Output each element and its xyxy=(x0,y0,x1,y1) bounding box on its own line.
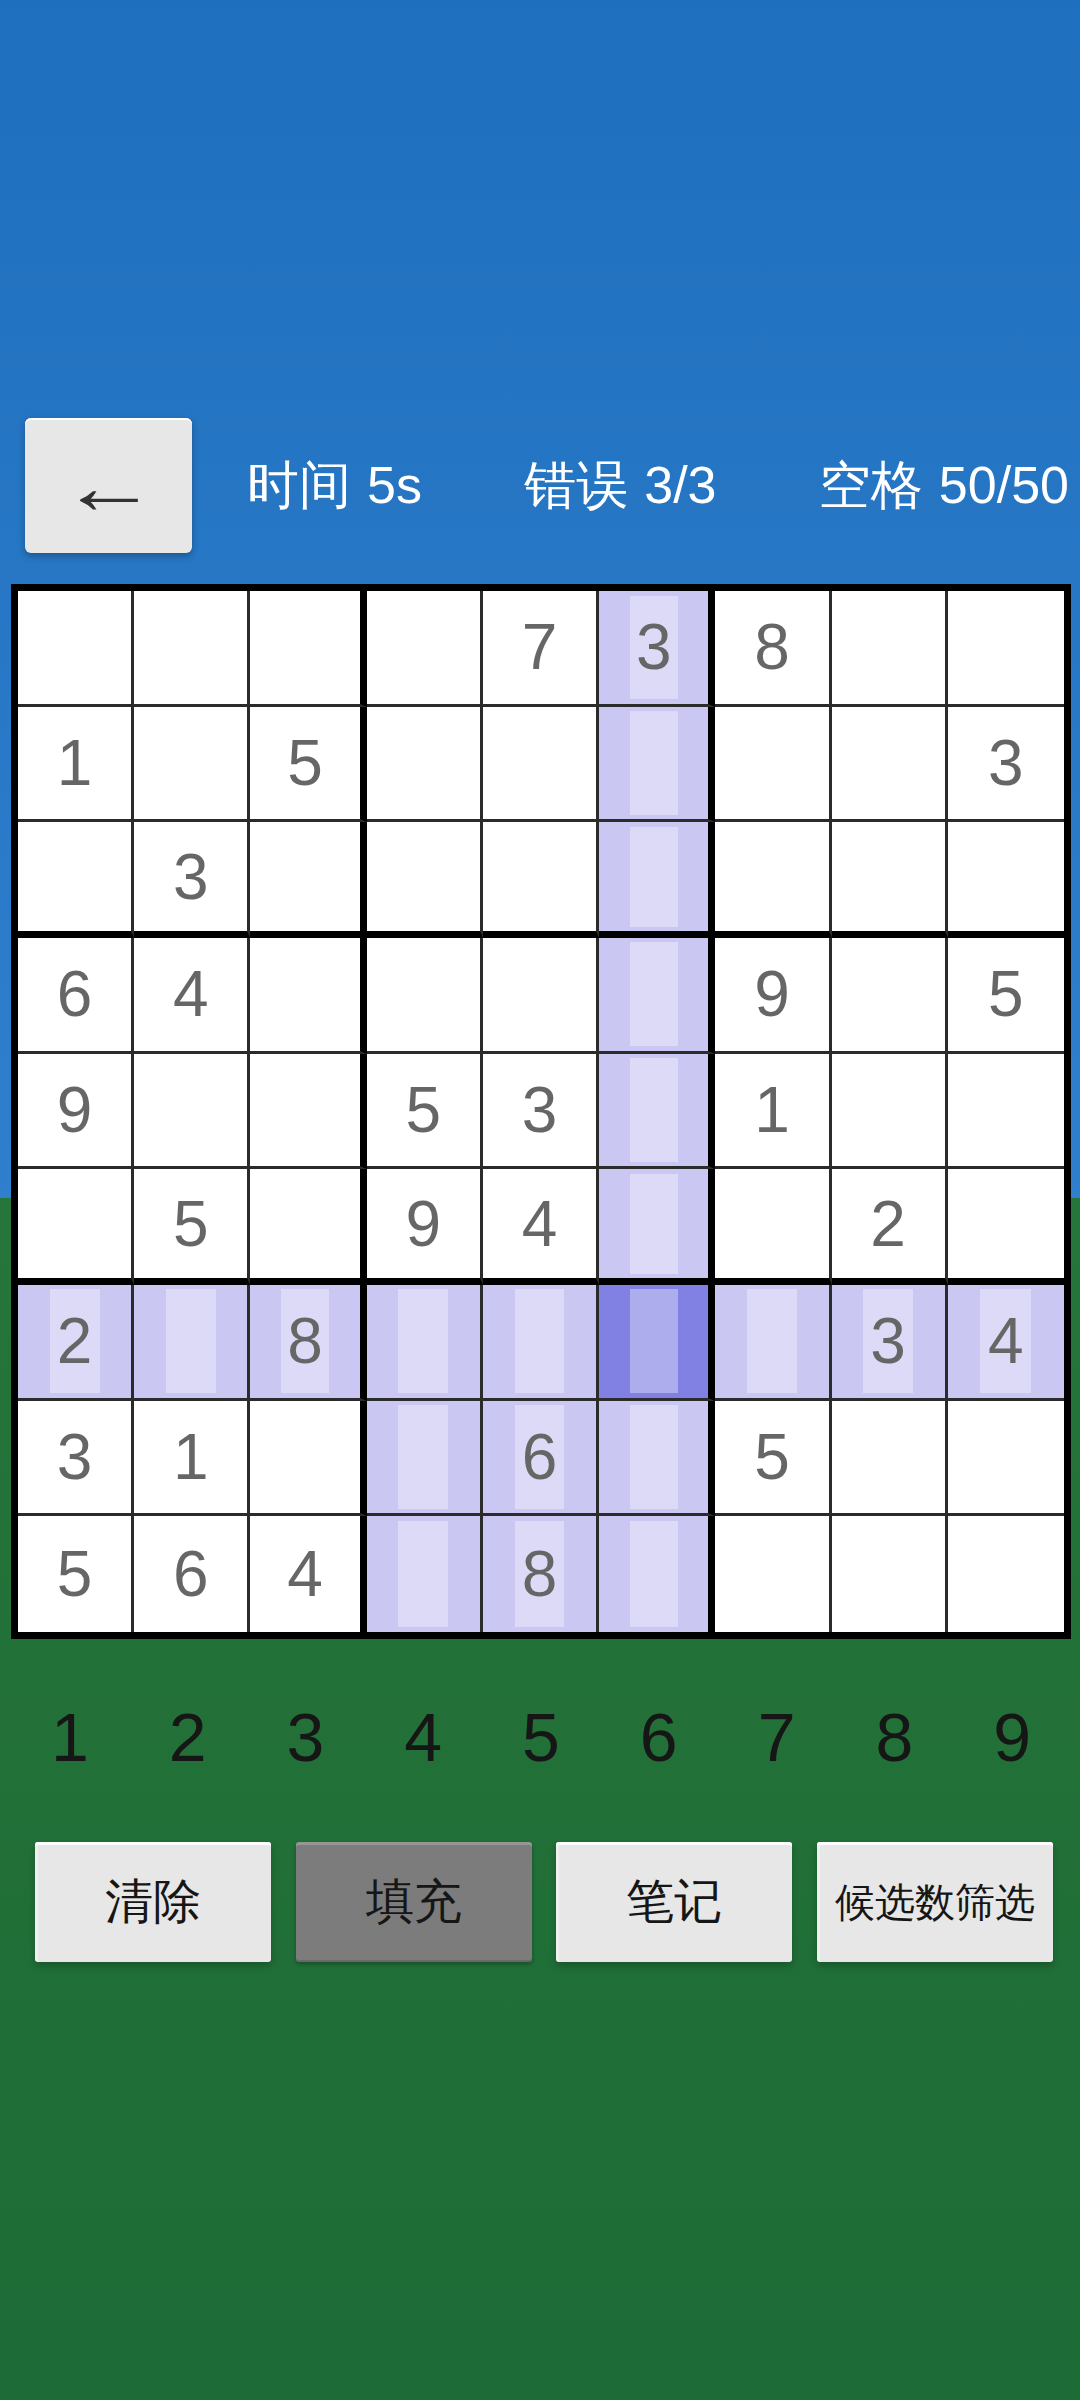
cell-r1c4[interactable] xyxy=(367,591,483,707)
cell-r9c2[interactable]: 6 xyxy=(134,1516,250,1632)
fill-button[interactable]: 填充 xyxy=(296,1842,532,1962)
cell-r2c4[interactable] xyxy=(367,707,483,823)
cell-r3c7[interactable] xyxy=(715,822,831,938)
cell-r9c3[interactable]: 4 xyxy=(250,1516,366,1632)
cell-r6c3[interactable] xyxy=(250,1169,366,1285)
notes-button[interactable]: 笔记 xyxy=(556,1842,792,1962)
cell-r5c1[interactable]: 9 xyxy=(18,1054,134,1170)
cell-r9c5[interactable]: 8 xyxy=(483,1516,599,1632)
cell-r1c7[interactable]: 8 xyxy=(715,591,831,707)
cell-r3c2[interactable]: 3 xyxy=(134,822,250,938)
cell-r1c9[interactable] xyxy=(948,591,1064,707)
cell-r5c2[interactable] xyxy=(134,1054,250,1170)
cell-r8c8[interactable] xyxy=(832,1401,948,1517)
cell-r5c4[interactable]: 5 xyxy=(367,1054,483,1170)
time-stat: 时间5s xyxy=(247,451,422,521)
numpad-3[interactable]: 3 xyxy=(247,1687,365,1787)
cell-r7c7[interactable] xyxy=(715,1285,831,1401)
cell-r5c6[interactable] xyxy=(599,1054,715,1170)
cell-r8c7[interactable]: 5 xyxy=(715,1401,831,1517)
cell-r9c6[interactable] xyxy=(599,1516,715,1632)
numpad-6[interactable]: 6 xyxy=(600,1687,718,1787)
cell-r3c1[interactable] xyxy=(18,822,134,938)
cell-r7c1[interactable]: 2 xyxy=(18,1285,134,1401)
cell-r5c7[interactable]: 1 xyxy=(715,1054,831,1170)
number-pad: 123456789 xyxy=(11,1687,1071,1787)
numpad-9[interactable]: 9 xyxy=(953,1687,1071,1787)
cell-r7c9[interactable]: 4 xyxy=(948,1285,1064,1401)
cell-r6c1[interactable] xyxy=(18,1169,134,1285)
cell-r2c1[interactable]: 1 xyxy=(18,707,134,823)
cell-r2c2[interactable] xyxy=(134,707,250,823)
cell-r8c3[interactable] xyxy=(250,1401,366,1517)
cell-r5c9[interactable] xyxy=(948,1054,1064,1170)
numpad-8[interactable]: 8 xyxy=(835,1687,953,1787)
cell-r2c7[interactable] xyxy=(715,707,831,823)
cell-r2c5[interactable] xyxy=(483,707,599,823)
cell-r8c2[interactable]: 1 xyxy=(134,1401,250,1517)
status-bar: 时间5s 错误3/3 空格50/50 xyxy=(247,418,1069,553)
cell-r7c2[interactable] xyxy=(134,1285,250,1401)
cell-r3c4[interactable] xyxy=(367,822,483,938)
cell-r1c2[interactable] xyxy=(134,591,250,707)
cell-r6c4[interactable]: 9 xyxy=(367,1169,483,1285)
errors-label: 错误 xyxy=(524,456,628,514)
errors-stat: 错误3/3 xyxy=(524,451,716,521)
cell-r2c9[interactable]: 3 xyxy=(948,707,1064,823)
cell-r4c7[interactable]: 9 xyxy=(715,938,831,1054)
cell-r4c1[interactable]: 6 xyxy=(18,938,134,1054)
cell-r9c7[interactable] xyxy=(715,1516,831,1632)
clear-button[interactable]: 清除 xyxy=(35,1842,271,1962)
numpad-4[interactable]: 4 xyxy=(364,1687,482,1787)
action-button-row: 清除填充笔记候选数筛选 xyxy=(35,1842,1053,1962)
cell-r5c3[interactable] xyxy=(250,1054,366,1170)
cell-r7c8[interactable]: 3 xyxy=(832,1285,948,1401)
cell-r7c4[interactable] xyxy=(367,1285,483,1401)
cell-r8c6[interactable] xyxy=(599,1401,715,1517)
numpad-7[interactable]: 7 xyxy=(718,1687,836,1787)
cell-r4c6[interactable] xyxy=(599,938,715,1054)
cell-r1c8[interactable] xyxy=(832,591,948,707)
cell-r9c9[interactable] xyxy=(948,1516,1064,1632)
cell-r6c6[interactable] xyxy=(599,1169,715,1285)
cell-r5c8[interactable] xyxy=(832,1054,948,1170)
cell-r3c5[interactable] xyxy=(483,822,599,938)
back-arrow-icon: ← xyxy=(60,447,158,525)
cell-r8c4[interactable] xyxy=(367,1401,483,1517)
cell-r3c6[interactable] xyxy=(599,822,715,938)
cell-r1c1[interactable] xyxy=(18,591,134,707)
candidate-filter-button[interactable]: 候选数筛选 xyxy=(817,1842,1053,1962)
cell-r4c2[interactable]: 4 xyxy=(134,938,250,1054)
cell-r6c8[interactable]: 2 xyxy=(832,1169,948,1285)
cell-r1c6[interactable]: 3 xyxy=(599,591,715,707)
cell-r6c7[interactable] xyxy=(715,1169,831,1285)
cell-r6c2[interactable]: 5 xyxy=(134,1169,250,1285)
cell-r1c3[interactable] xyxy=(250,591,366,707)
cell-r3c9[interactable] xyxy=(948,822,1064,938)
cell-r6c9[interactable] xyxy=(948,1169,1064,1285)
cell-r6c5[interactable]: 4 xyxy=(483,1169,599,1285)
cell-r9c8[interactable] xyxy=(832,1516,948,1632)
numpad-1[interactable]: 1 xyxy=(11,1687,129,1787)
empty-cells-value: 50/50 xyxy=(939,456,1069,514)
cell-r7c5[interactable] xyxy=(483,1285,599,1401)
empty-cells-stat: 空格50/50 xyxy=(819,451,1069,521)
cell-r4c8[interactable] xyxy=(832,938,948,1054)
cell-r4c3[interactable] xyxy=(250,938,366,1054)
cell-r4c4[interactable] xyxy=(367,938,483,1054)
errors-value: 3/3 xyxy=(644,456,716,514)
cell-r7c6[interactable] xyxy=(599,1285,715,1401)
empty-cells-label: 空格 xyxy=(819,456,923,514)
cell-r1c5[interactable]: 7 xyxy=(483,591,599,707)
cell-r8c9[interactable] xyxy=(948,1401,1064,1517)
cell-r2c8[interactable] xyxy=(832,707,948,823)
cell-r9c1[interactable]: 5 xyxy=(18,1516,134,1632)
sudoku-board: 7381533649595315942283431655648 xyxy=(11,584,1071,1639)
cell-r8c1[interactable]: 3 xyxy=(18,1401,134,1517)
numpad-5[interactable]: 5 xyxy=(482,1687,600,1787)
cell-r4c5[interactable] xyxy=(483,938,599,1054)
cell-r4c9[interactable]: 5 xyxy=(948,938,1064,1054)
sudoku-app-screen: ← 时间5s 错误3/3 空格50/50 7381533649595315942… xyxy=(0,0,1080,2400)
cell-r5c5[interactable]: 3 xyxy=(483,1054,599,1170)
cell-r2c3[interactable]: 5 xyxy=(250,707,366,823)
time-label: 时间 xyxy=(247,456,351,514)
back-button[interactable]: ← xyxy=(25,418,192,553)
cell-r9c4[interactable] xyxy=(367,1516,483,1632)
cell-r3c8[interactable] xyxy=(832,822,948,938)
cell-r8c5[interactable]: 6 xyxy=(483,1401,599,1517)
time-value: 5s xyxy=(367,456,422,514)
cell-r7c3[interactable]: 8 xyxy=(250,1285,366,1401)
numpad-2[interactable]: 2 xyxy=(129,1687,247,1787)
cell-r2c6[interactable] xyxy=(599,707,715,823)
cell-r3c3[interactable] xyxy=(250,822,366,938)
